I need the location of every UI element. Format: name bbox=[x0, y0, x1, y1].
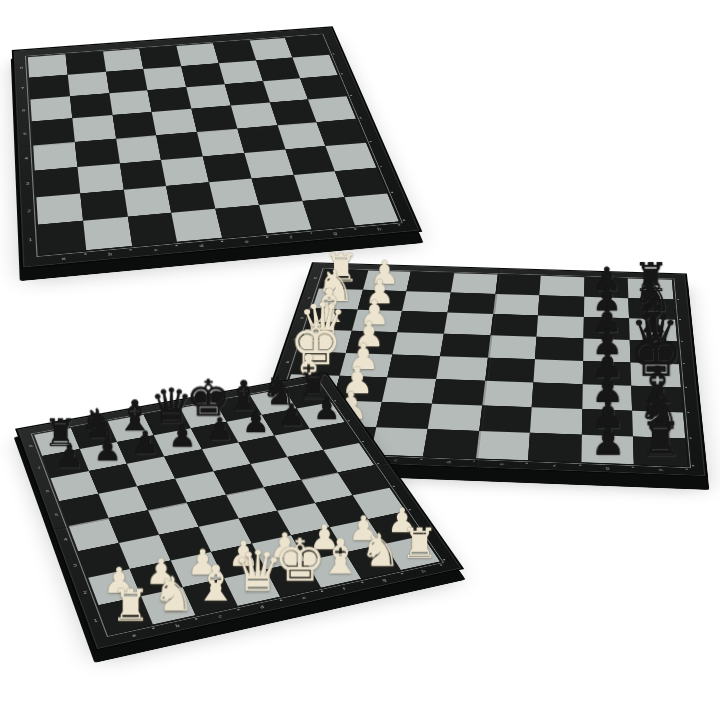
file-label: h bbox=[658, 469, 662, 472]
square-b7 bbox=[583, 297, 629, 319]
square-g7 bbox=[581, 409, 633, 437]
square-d3 bbox=[161, 156, 209, 185]
square-e7 bbox=[582, 361, 631, 386]
square-g5 bbox=[270, 99, 317, 125]
square-b8 bbox=[71, 421, 117, 449]
square-e8 bbox=[630, 362, 680, 387]
square-b3 bbox=[77, 163, 123, 193]
file-label: f bbox=[342, 587, 346, 591]
square-e5 bbox=[213, 464, 263, 494]
square-c6 bbox=[109, 90, 152, 115]
black-pawn: ♟ bbox=[591, 283, 621, 316]
square-g6 bbox=[263, 78, 309, 103]
black-knight: ♞ bbox=[632, 274, 672, 318]
square-a2 bbox=[36, 193, 83, 225]
square-c2 bbox=[123, 186, 171, 217]
square-f7 bbox=[219, 60, 263, 84]
square-f6 bbox=[238, 436, 287, 465]
square-h7 bbox=[296, 402, 344, 429]
square-f8 bbox=[215, 395, 262, 421]
file-label: d bbox=[199, 244, 204, 248]
square-a6 bbox=[539, 276, 584, 297]
square-h6 bbox=[309, 422, 358, 450]
square-h8 bbox=[285, 35, 329, 57]
square-d7 bbox=[154, 428, 202, 456]
set-up-board-bottom-left-view: 87654321 abcdefgh ♜♞♝♛♚♝♞♜♟♟♟♟♟♟♟♟♟♟♟♟♟♟… bbox=[0, 272, 470, 717]
square-e7 bbox=[190, 422, 238, 450]
rank-label: 8 bbox=[20, 66, 23, 69]
square-b7 bbox=[80, 442, 127, 471]
square-b8 bbox=[628, 298, 675, 320]
rank-label: 3 bbox=[26, 182, 30, 186]
square-g7 bbox=[261, 409, 309, 436]
square-d4 bbox=[157, 132, 203, 160]
square-f6 bbox=[224, 81, 269, 106]
rank-label: 2 bbox=[82, 591, 87, 596]
square-d6 bbox=[164, 450, 213, 479]
rank-label: 6 bbox=[45, 489, 50, 493]
square-g6 bbox=[530, 407, 582, 435]
rank-label: 7 bbox=[36, 467, 40, 471]
square-h5 bbox=[323, 443, 374, 472]
square-g8 bbox=[632, 411, 685, 439]
square-h4 bbox=[337, 465, 389, 495]
square-d8 bbox=[140, 46, 182, 69]
square-f7 bbox=[226, 415, 274, 442]
rank-label: 7 bbox=[21, 87, 25, 90]
black-pawn: ♟ bbox=[591, 304, 622, 338]
square-f7 bbox=[582, 384, 632, 410]
square-h5 bbox=[308, 96, 356, 122]
square-c6 bbox=[127, 457, 175, 487]
file-label: a bbox=[61, 256, 65, 260]
square-e6 bbox=[186, 84, 230, 109]
black-knight: ♞ bbox=[260, 371, 295, 411]
square-d5 bbox=[152, 109, 197, 135]
square-f5 bbox=[231, 103, 277, 129]
square-h6 bbox=[300, 75, 346, 99]
square-a7 bbox=[29, 75, 70, 99]
square-f6 bbox=[531, 383, 582, 409]
square-c6 bbox=[536, 316, 583, 339]
board-frame: 87654321 abcdefgh ♜♞♝♛♚♝♞♜♟♟♟♟♟♟♟♟♟♟♟♟♟♟… bbox=[15, 372, 464, 651]
square-b4 bbox=[75, 139, 120, 167]
rank-label: 3 bbox=[72, 564, 77, 568]
square-a3 bbox=[35, 167, 80, 197]
square-h8 bbox=[284, 383, 331, 409]
square-g8 bbox=[249, 38, 292, 60]
black-pawn: ♟ bbox=[591, 263, 620, 296]
black-pawn: ♟ bbox=[591, 325, 622, 360]
square-c8 bbox=[103, 49, 144, 72]
square-a8 bbox=[34, 428, 80, 456]
square-f8 bbox=[631, 386, 682, 413]
black-queen: ♛ bbox=[150, 382, 193, 430]
square-d8 bbox=[144, 408, 190, 435]
file-label: h bbox=[421, 569, 427, 573]
square-g8 bbox=[249, 389, 296, 415]
black-pawn: ♟ bbox=[93, 434, 121, 466]
square-h7 bbox=[581, 435, 634, 464]
square-d5 bbox=[487, 335, 536, 359]
square-f8 bbox=[213, 41, 256, 64]
square-e5 bbox=[191, 106, 237, 132]
product-photo-stage: 87654321 abcdefgh 87654321 abcdefgh ♜♞♝ bbox=[0, 0, 720, 720]
file-label: e bbox=[301, 596, 307, 601]
square-f5 bbox=[250, 457, 300, 487]
square-e8 bbox=[176, 43, 218, 66]
square-d2 bbox=[166, 182, 215, 213]
square-c5 bbox=[490, 314, 538, 337]
square-c1 bbox=[127, 213, 177, 246]
square-f5 bbox=[481, 381, 533, 407]
square-h5 bbox=[475, 431, 530, 460]
square-b8 bbox=[65, 52, 105, 75]
square-b1 bbox=[83, 217, 132, 250]
square-c4 bbox=[116, 135, 162, 163]
black-rook: ♜ bbox=[43, 414, 77, 452]
rank-label: 4 bbox=[63, 538, 68, 542]
square-b6 bbox=[538, 295, 584, 317]
black-pawn: ♟ bbox=[168, 420, 196, 451]
square-c8 bbox=[107, 415, 153, 442]
black-pawn: ♟ bbox=[131, 427, 159, 459]
file-label: f bbox=[553, 465, 555, 468]
square-a1 bbox=[38, 221, 86, 255]
square-b5 bbox=[492, 294, 539, 316]
black-queen: ♛ bbox=[630, 306, 680, 361]
rank-label: 2 bbox=[27, 209, 31, 213]
black-pawn: ♟ bbox=[205, 414, 233, 445]
square-h8 bbox=[633, 437, 687, 466]
square-a4 bbox=[33, 142, 77, 170]
square-a5 bbox=[495, 274, 541, 295]
rank-label: 8 bbox=[28, 445, 32, 449]
square-a7 bbox=[42, 449, 89, 478]
black-bishop: ♝ bbox=[116, 395, 154, 437]
square-g5 bbox=[478, 405, 531, 433]
rank-label: 5 bbox=[54, 513, 59, 517]
square-d7 bbox=[582, 338, 630, 362]
rank-label: 4 bbox=[24, 157, 28, 161]
square-g7 bbox=[256, 57, 301, 80]
black-pawn: ♟ bbox=[277, 400, 305, 431]
black-pawn: ♟ bbox=[313, 394, 340, 424]
square-c5 bbox=[112, 112, 156, 139]
file-label: b bbox=[108, 252, 112, 256]
black-bishop: ♝ bbox=[632, 292, 674, 339]
square-g5 bbox=[287, 450, 337, 479]
square-a5 bbox=[32, 118, 75, 145]
chess-board-starting-position: 87654321 abcdefgh ♜♞♝♛♚♝♞♜♟♟♟♟♟♟♟♟♟♟♟♟♟♟… bbox=[15, 372, 464, 651]
square-a8 bbox=[28, 54, 68, 77]
square-e6 bbox=[201, 443, 250, 472]
square-c7 bbox=[117, 435, 164, 464]
square-d8 bbox=[630, 340, 679, 364]
square-d6 bbox=[535, 337, 583, 361]
black-rook: ♜ bbox=[297, 368, 329, 404]
black-bishop: ♝ bbox=[224, 376, 261, 418]
square-c7 bbox=[583, 317, 630, 340]
square-b6 bbox=[89, 464, 137, 494]
rank-label: 1 bbox=[28, 238, 32, 242]
rank-label: 5 bbox=[23, 132, 27, 136]
square-b6 bbox=[70, 93, 112, 119]
file-label: g bbox=[605, 467, 609, 470]
square-b2 bbox=[80, 189, 127, 220]
black-pawn: ♟ bbox=[55, 441, 84, 473]
square-d1 bbox=[172, 209, 223, 242]
black-rook: ♜ bbox=[633, 258, 668, 297]
square-e5 bbox=[484, 358, 534, 383]
square-e7 bbox=[181, 63, 224, 87]
square-a7 bbox=[584, 277, 629, 298]
file-label: e bbox=[499, 463, 503, 466]
square-c7 bbox=[106, 69, 148, 93]
square-e6 bbox=[533, 359, 582, 384]
square-a6 bbox=[30, 96, 72, 122]
rank-label: 1 bbox=[93, 619, 98, 624]
square-b5 bbox=[72, 115, 116, 142]
square-g6 bbox=[274, 429, 323, 457]
square-c8 bbox=[629, 318, 677, 341]
black-king: ♚ bbox=[185, 373, 230, 424]
black-pawn: ♟ bbox=[241, 407, 269, 438]
square-d6 bbox=[148, 87, 192, 112]
square-h6 bbox=[528, 433, 581, 462]
square-e8 bbox=[179, 402, 226, 429]
file-label: c bbox=[154, 248, 158, 252]
square-d7 bbox=[144, 66, 187, 90]
square-b7 bbox=[68, 72, 109, 96]
square-e4 bbox=[197, 129, 244, 157]
square-c3 bbox=[119, 160, 166, 190]
square-a8 bbox=[628, 278, 673, 299]
square-h7 bbox=[293, 55, 338, 78]
black-knight: ♞ bbox=[79, 403, 116, 444]
rank-label: 6 bbox=[22, 109, 26, 112]
